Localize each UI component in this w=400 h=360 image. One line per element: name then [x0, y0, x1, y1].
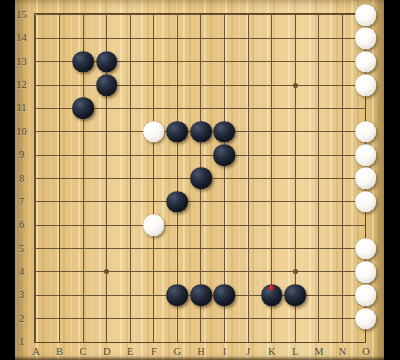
black-stone-K3 [261, 284, 283, 306]
intersection-B11[interactable] [48, 97, 72, 120]
intersection-J9[interactable] [236, 143, 260, 166]
intersection-K11[interactable] [260, 97, 284, 120]
intersection-J15[interactable] [236, 3, 260, 26]
intersection-C10[interactable] [71, 120, 95, 143]
intersection-B10[interactable] [48, 120, 72, 143]
intersection-J3[interactable] [236, 284, 260, 307]
row-label-3: 3 [13, 289, 30, 301]
intersection-H14[interactable] [189, 27, 213, 50]
intersection-C14[interactable] [71, 27, 95, 50]
intersection-I5[interactable] [213, 237, 237, 260]
intersection-I4[interactable] [213, 260, 237, 283]
black-stone-I9 [214, 144, 236, 166]
intersection-I7[interactable] [213, 190, 237, 213]
row-label-13: 13 [13, 56, 30, 68]
intersection-M5[interactable] [307, 237, 331, 260]
intersection-C5[interactable] [71, 237, 95, 260]
white-stone-O5 [355, 238, 377, 260]
intersection-M8[interactable] [307, 167, 331, 190]
go-board: 151413121110987654321 ABCDEFGHIJKLMNO [15, 0, 384, 360]
intersection-B14[interactable] [48, 27, 72, 50]
intersection-H8[interactable] [189, 167, 213, 190]
black-stone-H10 [190, 121, 212, 143]
intersection-I10[interactable] [213, 120, 237, 143]
row-label-9: 9 [13, 149, 30, 161]
intersection-K9[interactable] [260, 143, 284, 166]
intersection-L12[interactable] [283, 73, 307, 96]
intersection-L5[interactable] [283, 237, 307, 260]
white-stone-F6 [143, 214, 165, 236]
intersection-D15[interactable] [95, 3, 119, 26]
intersection-J8[interactable] [236, 167, 260, 190]
intersection-I9[interactable] [213, 143, 237, 166]
intersection-H5[interactable] [189, 237, 213, 260]
intersection-K12[interactable] [260, 73, 284, 96]
intersection-C11[interactable] [71, 97, 95, 120]
row-label-5: 5 [13, 243, 30, 255]
intersection-F14[interactable] [142, 27, 166, 50]
intersection-H7[interactable] [189, 190, 213, 213]
intersection-D10[interactable] [95, 120, 119, 143]
intersection-J11[interactable] [236, 97, 260, 120]
intersection-J7[interactable] [236, 190, 260, 213]
intersection-D4[interactable] [95, 260, 119, 283]
intersection-L14[interactable] [283, 27, 307, 50]
white-stone-O2 [355, 308, 377, 330]
intersection-E11[interactable] [118, 97, 142, 120]
column-label-E: E [122, 346, 138, 358]
intersection-E14[interactable] [118, 27, 142, 50]
intersection-B7[interactable] [48, 190, 72, 213]
intersection-O15[interactable] [354, 3, 378, 26]
intersection-G2[interactable] [166, 307, 190, 330]
intersection-E6[interactable] [118, 214, 142, 237]
white-stone-O13 [355, 51, 377, 73]
intersection-H9[interactable] [189, 143, 213, 166]
intersection-C13[interactable] [71, 50, 95, 73]
black-stone-H8 [190, 168, 212, 190]
intersection-N4[interactable] [331, 260, 355, 283]
column-label-L: L [287, 346, 303, 358]
intersection-D5[interactable] [95, 237, 119, 260]
intersection-M2[interactable] [307, 307, 331, 330]
white-stone-O3 [355, 284, 377, 306]
black-stone-G3 [167, 284, 189, 306]
intersection-H15[interactable] [189, 3, 213, 26]
row-label-11: 11 [13, 102, 30, 114]
intersection-L8[interactable] [283, 167, 307, 190]
black-stone-G7 [167, 191, 189, 213]
intersection-N10[interactable] [331, 120, 355, 143]
white-stone-O7 [355, 191, 377, 213]
intersection-M13[interactable] [307, 50, 331, 73]
intersection-K7[interactable] [260, 190, 284, 213]
row-label-7: 7 [13, 196, 30, 208]
intersection-D7[interactable] [95, 190, 119, 213]
intersection-E9[interactable] [118, 143, 142, 166]
column-label-O: O [358, 346, 374, 358]
intersection-I14[interactable] [213, 27, 237, 50]
intersection-C8[interactable] [71, 167, 95, 190]
intersection-H6[interactable] [189, 214, 213, 237]
intersection-L13[interactable] [283, 50, 307, 73]
intersection-J12[interactable] [236, 73, 260, 96]
intersection-M12[interactable] [307, 73, 331, 96]
intersection-I8[interactable] [213, 167, 237, 190]
intersection-K15[interactable] [260, 3, 284, 26]
row-label-2: 2 [13, 313, 30, 325]
intersection-E3[interactable] [118, 284, 142, 307]
intersection-F2[interactable] [142, 307, 166, 330]
intersection-K8[interactable] [260, 167, 284, 190]
intersection-N13[interactable] [331, 50, 355, 73]
intersection-B5[interactable] [48, 237, 72, 260]
intersection-H12[interactable] [189, 73, 213, 96]
intersection-N15[interactable] [331, 3, 355, 26]
intersection-G12[interactable] [166, 73, 190, 96]
white-stone-O4 [355, 261, 377, 283]
intersection-J13[interactable] [236, 50, 260, 73]
intersection-K13[interactable] [260, 50, 284, 73]
intersection-F11[interactable] [142, 97, 166, 120]
intersection-O5[interactable] [354, 237, 378, 260]
intersection-L15[interactable] [283, 3, 307, 26]
intersection-G11[interactable] [166, 97, 190, 120]
intersection-C6[interactable] [71, 214, 95, 237]
intersection-O3[interactable] [354, 284, 378, 307]
intersection-M4[interactable] [307, 260, 331, 283]
last-move-marker [268, 285, 274, 291]
intersection-H2[interactable] [189, 307, 213, 330]
intersection-K14[interactable] [260, 27, 284, 50]
intersection-G9[interactable] [166, 143, 190, 166]
intersection-F15[interactable] [142, 3, 166, 26]
column-label-N: N [334, 346, 350, 358]
intersection-J10[interactable] [236, 120, 260, 143]
intersection-O4[interactable] [354, 260, 378, 283]
intersection-C12[interactable] [71, 73, 95, 96]
intersection-O13[interactable] [354, 50, 378, 73]
intersection-G3[interactable] [166, 284, 190, 307]
intersection-K3[interactable] [260, 284, 284, 307]
intersection-J4[interactable] [236, 260, 260, 283]
intersection-C9[interactable] [71, 143, 95, 166]
intersection-F13[interactable] [142, 50, 166, 73]
intersection-N6[interactable] [331, 214, 355, 237]
intersection-K2[interactable] [260, 307, 284, 330]
row-label-6: 6 [13, 219, 30, 231]
intersection-L4[interactable] [283, 260, 307, 283]
column-label-B: B [52, 346, 68, 358]
white-stone-O15 [355, 4, 377, 26]
intersection-O14[interactable] [354, 27, 378, 50]
intersection-E15[interactable] [118, 3, 142, 26]
intersection-N3[interactable] [331, 284, 355, 307]
white-stone-O9 [355, 144, 377, 166]
intersection-K4[interactable] [260, 260, 284, 283]
intersection-M9[interactable] [307, 143, 331, 166]
intersection-D9[interactable] [95, 143, 119, 166]
intersection-F12[interactable] [142, 73, 166, 96]
column-label-K: K [264, 346, 280, 358]
intersection-C4[interactable] [71, 260, 95, 283]
row-label-8: 8 [13, 173, 30, 185]
intersection-I6[interactable] [213, 214, 237, 237]
intersection-J5[interactable] [236, 237, 260, 260]
intersection-I15[interactable] [213, 3, 237, 26]
black-stone-C13 [72, 51, 94, 73]
intersection-E4[interactable] [118, 260, 142, 283]
intersection-F3[interactable] [142, 284, 166, 307]
intersection-M15[interactable] [307, 3, 331, 26]
intersection-L2[interactable] [283, 307, 307, 330]
intersection-G5[interactable] [166, 237, 190, 260]
intersection-H10[interactable] [189, 120, 213, 143]
black-stone-I10 [214, 121, 236, 143]
intersection-C15[interactable] [71, 3, 95, 26]
intersection-N14[interactable] [331, 27, 355, 50]
intersection-G13[interactable] [166, 50, 190, 73]
intersection-B3[interactable] [48, 284, 72, 307]
intersection-M14[interactable] [307, 27, 331, 50]
intersection-F9[interactable] [142, 143, 166, 166]
intersection-E7[interactable] [118, 190, 142, 213]
intersection-D12[interactable] [95, 73, 119, 96]
intersection-G6[interactable] [166, 214, 190, 237]
intersection-B9[interactable] [48, 143, 72, 166]
intersection-G15[interactable] [166, 3, 190, 26]
black-stone-I3 [214, 284, 236, 306]
column-label-M: M [311, 346, 327, 358]
column-label-J: J [240, 346, 256, 358]
intersection-E2[interactable] [118, 307, 142, 330]
intersection-K10[interactable] [260, 120, 284, 143]
intersection-H11[interactable] [189, 97, 213, 120]
intersection-O11[interactable] [354, 97, 378, 120]
intersection-J2[interactable] [236, 307, 260, 330]
intersection-O7[interactable] [354, 190, 378, 213]
intersection-F5[interactable] [142, 237, 166, 260]
intersection-F6[interactable] [142, 214, 166, 237]
intersection-M11[interactable] [307, 97, 331, 120]
column-label-H: H [193, 346, 209, 358]
intersection-C2[interactable] [71, 307, 95, 330]
intersection-N9[interactable] [331, 143, 355, 166]
intersection-E13[interactable] [118, 50, 142, 73]
black-stone-D12 [96, 74, 118, 96]
intersection-I3[interactable] [213, 284, 237, 307]
intersection-O9[interactable] [354, 143, 378, 166]
intersection-O10[interactable] [354, 120, 378, 143]
intersection-N12[interactable] [331, 73, 355, 96]
intersection-O2[interactable] [354, 307, 378, 330]
intersection-B15[interactable] [48, 3, 72, 26]
column-label-G: G [169, 346, 185, 358]
intersection-E5[interactable] [118, 237, 142, 260]
row-label-15: 15 [13, 9, 30, 21]
white-stone-O8 [355, 168, 377, 190]
white-stone-O10 [355, 121, 377, 143]
column-label-I: I [217, 346, 233, 358]
intersection-B8[interactable] [48, 167, 72, 190]
intersection-D3[interactable] [95, 284, 119, 307]
column-label-C: C [75, 346, 91, 358]
black-stone-G10 [167, 121, 189, 143]
intersection-G8[interactable] [166, 167, 190, 190]
black-stone-D13 [96, 51, 118, 73]
intersection-B6[interactable] [48, 214, 72, 237]
intersection-M10[interactable] [307, 120, 331, 143]
intersection-E10[interactable] [118, 120, 142, 143]
intersection-L10[interactable] [283, 120, 307, 143]
intersection-N5[interactable] [331, 237, 355, 260]
intersection-H3[interactable] [189, 284, 213, 307]
intersection-N7[interactable] [331, 190, 355, 213]
intersection-D11[interactable] [95, 97, 119, 120]
intersection-B13[interactable] [48, 50, 72, 73]
intersection-J6[interactable] [236, 214, 260, 237]
intersection-N11[interactable] [331, 97, 355, 120]
black-stone-H3 [190, 284, 212, 306]
intersection-G14[interactable] [166, 27, 190, 50]
intersection-F4[interactable] [142, 260, 166, 283]
intersection-F7[interactable] [142, 190, 166, 213]
intersection-D6[interactable] [95, 214, 119, 237]
intersection-I2[interactable] [213, 307, 237, 330]
intersection-D8[interactable] [95, 167, 119, 190]
intersection-L7[interactable] [283, 190, 307, 213]
intersection-L6[interactable] [283, 214, 307, 237]
white-stone-O14 [355, 28, 377, 50]
column-label-D: D [99, 346, 115, 358]
intersection-I12[interactable] [213, 73, 237, 96]
intersection-L11[interactable] [283, 97, 307, 120]
go-app-screenshot: 151413121110987654321 ABCDEFGHIJKLMNO [0, 0, 400, 360]
row-label-12: 12 [13, 79, 30, 91]
intersection-G7[interactable] [166, 190, 190, 213]
intersection-G4[interactable] [166, 260, 190, 283]
intersection-L3[interactable] [283, 284, 307, 307]
row-label-4: 4 [13, 266, 30, 278]
intersection-J14[interactable] [236, 27, 260, 50]
intersection-I11[interactable] [213, 97, 237, 120]
intersection-D13[interactable] [95, 50, 119, 73]
intersection-M6[interactable] [307, 214, 331, 237]
intersection-N8[interactable] [331, 167, 355, 190]
intersection-O8[interactable] [354, 167, 378, 190]
intersection-H13[interactable] [189, 50, 213, 73]
intersection-B4[interactable] [48, 260, 72, 283]
intersection-D14[interactable] [95, 27, 119, 50]
black-stone-L3 [284, 284, 306, 306]
intersection-E8[interactable] [118, 167, 142, 190]
intersection-M7[interactable] [307, 190, 331, 213]
intersection-N2[interactable] [331, 307, 355, 330]
intersection-G10[interactable] [166, 120, 190, 143]
intersection-H4[interactable] [189, 260, 213, 283]
row-label-10: 10 [13, 126, 30, 138]
intersection-C3[interactable] [71, 284, 95, 307]
column-label-A: A [28, 346, 44, 358]
intersection-K5[interactable] [260, 237, 284, 260]
intersection-F8[interactable] [142, 167, 166, 190]
intersection-L9[interactable] [283, 143, 307, 166]
intersection-C7[interactable] [71, 190, 95, 213]
intersection-D2[interactable] [95, 307, 119, 330]
intersection-I13[interactable] [213, 50, 237, 73]
intersection-F10[interactable] [142, 120, 166, 143]
board-grid [24, 3, 377, 353]
intersection-O6[interactable] [354, 214, 378, 237]
intersection-M3[interactable] [307, 284, 331, 307]
black-stone-C11 [72, 98, 94, 120]
column-label-F: F [146, 346, 162, 358]
intersection-B12[interactable] [48, 73, 72, 96]
white-stone-O12 [355, 74, 377, 96]
white-stone-F10 [143, 121, 165, 143]
intersection-E12[interactable] [118, 73, 142, 96]
intersection-B2[interactable] [48, 307, 72, 330]
row-label-14: 14 [13, 32, 30, 44]
intersection-O12[interactable] [354, 73, 378, 96]
intersection-K6[interactable] [260, 214, 284, 237]
